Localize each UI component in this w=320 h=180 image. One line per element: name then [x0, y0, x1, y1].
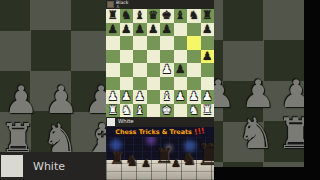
square-b8[interactable]: ♞ [120, 9, 134, 23]
black-avatar [107, 1, 114, 8]
piece-black-pawn-icon: ♟ [120, 23, 134, 37]
piece-white-bishop-icon: ♝ [160, 90, 174, 104]
square-b1[interactable]: ♞ [120, 104, 134, 118]
chess-board[interactable]: ♜♞♝♛♚♝♞♜♟♟♟♟♟♟♟♟♟♟♟♟♝♟♟♟♜♞♝♚♞♜ [106, 9, 214, 117]
piece-black-pawn-icon: ♟ [201, 50, 215, 64]
piece-white-bishop-icon: ♝ [133, 104, 147, 118]
square-g1[interactable]: ♞ [187, 104, 201, 118]
letterbox-bottom-right [213, 167, 320, 180]
square-e6[interactable] [160, 36, 174, 50]
square-d7[interactable]: ♟ [147, 23, 161, 37]
square-h3[interactable] [201, 77, 215, 91]
square-e1[interactable]: ♚ [160, 104, 174, 118]
avatar [1, 155, 23, 177]
photo-pawn-icon: ♟ [171, 158, 181, 169]
piece-white-pawn-icon: ♟ [133, 90, 147, 104]
photo-knight-icon: ♞ [125, 154, 138, 169]
piece-white-pawn-icon: ♟ [106, 90, 120, 104]
piece-white-knight-icon: ♞ [120, 104, 134, 118]
square-f8[interactable]: ♝ [174, 9, 188, 23]
square-h6[interactable] [201, 36, 215, 50]
square-g2[interactable]: ♟ [187, 90, 201, 104]
photo-rook-icon: ♜ [196, 140, 214, 170]
square-b7[interactable]: ♟ [120, 23, 134, 37]
square-b2[interactable]: ♟ [120, 90, 134, 104]
square-d5[interactable] [147, 50, 161, 64]
background-left-panel: ♟♟♟ ♜♞♝ White [0, 0, 106, 180]
square-h2[interactable]: ♟ [201, 90, 215, 104]
square-c2[interactable]: ♟ [133, 90, 147, 104]
caption-banner: Chess Tricks & Treats !!! [106, 127, 214, 137]
square-c5[interactable] [133, 50, 147, 64]
piece-black-pawn-icon: ♟ [174, 63, 188, 77]
piece-black-pawn-icon: ♟ [160, 23, 174, 37]
square-b3[interactable] [120, 77, 134, 91]
piece-black-rook-icon: ♜ [106, 9, 120, 23]
square-a2[interactable]: ♟ [106, 90, 120, 104]
square-h5[interactable]: ♟ [201, 50, 215, 64]
square-b6[interactable] [120, 36, 134, 50]
square-g7[interactable] [187, 23, 201, 37]
white-player-name: White [118, 119, 134, 124]
square-d6[interactable] [147, 36, 161, 50]
square-a3[interactable] [106, 77, 120, 91]
square-d4[interactable] [147, 63, 161, 77]
photo-rook-icon: ♜ [109, 150, 124, 167]
piece-black-queen-icon: ♛ [147, 9, 161, 23]
photo-knight-icon: ♞ [181, 151, 196, 168]
piece-white-pawn-icon: ♟ [174, 90, 188, 104]
banner-title: Chess Tricks & Treats [115, 128, 192, 136]
piece-white-pawn-icon: ♟ [120, 90, 134, 104]
square-g4[interactable] [187, 63, 201, 77]
square-e5[interactable] [160, 50, 174, 64]
square-e7[interactable]: ♟ [160, 23, 174, 37]
piece-white-king-icon: ♚ [160, 104, 174, 118]
square-g5[interactable] [187, 50, 201, 64]
piece-white-knight-icon: ♞ [187, 104, 201, 118]
square-a8[interactable]: ♜ [106, 9, 120, 23]
square-e4[interactable]: ♟ [160, 63, 174, 77]
piece-black-bishop-icon: ♝ [133, 9, 147, 23]
square-f4[interactable]: ♟ [174, 63, 188, 77]
square-h8[interactable]: ♜ [201, 9, 215, 23]
piece-black-rook-icon: ♜ [201, 9, 215, 23]
video-column: Black ♙ ♜♞♝♛♚♝♞♜♟♟♟♟♟♟♟♟♟♟♟♟♝♟♟♟♜♞♝♚♞♜ W… [106, 0, 214, 180]
square-g3[interactable] [187, 77, 201, 91]
square-c7[interactable]: ♟ [133, 23, 147, 37]
square-d3[interactable] [147, 77, 161, 91]
piece-black-pawn-icon: ♟ [133, 23, 147, 37]
piece-black-pawn-icon: ♟ [147, 23, 161, 37]
banner-exclamation: !!! [193, 127, 205, 137]
piece-black-pawn-icon: ♟ [201, 23, 215, 37]
piece-black-knight-icon: ♞ [187, 9, 201, 23]
square-a4[interactable] [106, 63, 120, 77]
piece-white-pawn-icon: ♟ [160, 63, 174, 77]
square-b4[interactable] [120, 63, 134, 77]
square-g6[interactable] [187, 36, 201, 50]
piece-black-pawn-icon: ♟ [106, 23, 120, 37]
square-e2[interactable]: ♝ [160, 90, 174, 104]
square-c8[interactable]: ♝ [133, 9, 147, 23]
square-c4[interactable] [133, 63, 147, 77]
square-c1[interactable]: ♝ [133, 104, 147, 118]
background-right-panel: ♟♟♟ ♞♜ [213, 0, 320, 180]
white-avatar [107, 118, 115, 126]
square-a1[interactable]: ♜ [106, 104, 120, 118]
square-f7[interactable] [174, 23, 188, 37]
square-e3[interactable] [160, 77, 174, 91]
square-d1[interactable] [147, 104, 161, 118]
piece-white-rook-icon: ♜ [106, 104, 120, 118]
piece-white-pawn-icon: ♟ [187, 90, 201, 104]
square-d8[interactable]: ♛ [147, 9, 161, 23]
player-bar-white: White [106, 117, 214, 127]
square-g8[interactable]: ♞ [187, 9, 201, 23]
photo-pawn-icon: ♟ [141, 158, 151, 169]
background-player-name: White [33, 160, 65, 173]
square-e8[interactable]: ♚ [160, 9, 174, 23]
piece-black-bishop-icon: ♝ [174, 9, 188, 23]
piece-white-rook-icon: ♜ [201, 104, 215, 118]
square-a5[interactable] [106, 50, 120, 64]
square-f6[interactable] [174, 36, 188, 50]
square-b5[interactable] [120, 50, 134, 64]
square-f2[interactable]: ♟ [174, 90, 188, 104]
square-c3[interactable] [133, 77, 147, 91]
square-f1[interactable] [174, 104, 188, 118]
piece-white-pawn-icon: ♟ [201, 90, 215, 104]
background-left-player-bar: White [0, 152, 106, 180]
screenshot-root: ♟♟♟ ♜♞♝ White ♟♟♟ ♞♜ Black ♙ ♜♞♝♛♚♝♞♜♟♟♟… [0, 0, 320, 180]
square-d2[interactable] [147, 90, 161, 104]
square-a6[interactable] [106, 36, 120, 50]
square-h4[interactable] [201, 63, 215, 77]
square-h7[interactable]: ♟ [201, 23, 215, 37]
square-c6[interactable] [133, 36, 147, 50]
letterbox-right [304, 0, 320, 180]
piece-black-king-icon: ♚ [160, 9, 174, 23]
photo-strip: ♜♞♟♜♟♞♜ [106, 137, 214, 180]
square-a7[interactable]: ♟ [106, 23, 120, 37]
square-h1[interactable]: ♜ [201, 104, 215, 118]
square-f5[interactable] [174, 50, 188, 64]
square-f3[interactable] [174, 77, 188, 91]
piece-black-knight-icon: ♞ [120, 9, 134, 23]
